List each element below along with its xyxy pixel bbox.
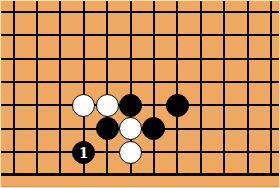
stone-white [119, 117, 142, 140]
stone-white [72, 94, 95, 117]
grid-line-vertical [223, 1, 225, 176]
move-1-stone-black: 1 [72, 141, 95, 164]
grid-line-vertical [200, 1, 202, 176]
stone-black [96, 117, 119, 140]
go-board: 1 [1, 1, 279, 187]
stone-black [142, 117, 165, 140]
stone-white [96, 94, 119, 117]
grid-line-vertical [59, 1, 61, 176]
stone-black [119, 94, 142, 117]
stone-black [166, 94, 189, 117]
move-number-label: 1 [79, 145, 89, 159]
grid-line-horizontal [1, 34, 279, 36]
grid-line-vertical [106, 1, 108, 176]
grid-line-vertical [176, 1, 178, 176]
grid-line-horizontal [1, 81, 279, 83]
grid-line-vertical [36, 1, 38, 176]
grid-line-vertical [153, 1, 155, 176]
grid-line-vertical [13, 1, 15, 176]
go-diagram-frame: 1 [0, 0, 280, 188]
grid-line-vertical [247, 1, 249, 176]
stone-white [119, 141, 142, 164]
grid-line-horizontal [1, 11, 279, 13]
board-edge-bottom-line [1, 173, 279, 176]
grid-line-vertical [270, 1, 272, 176]
grid-line-horizontal [1, 58, 279, 60]
